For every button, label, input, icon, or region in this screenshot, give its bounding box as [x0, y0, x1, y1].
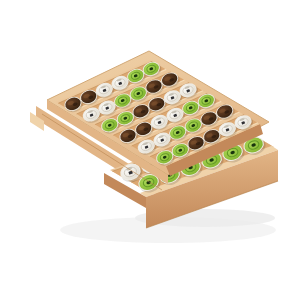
capsule-organizer-scene: [0, 0, 300, 284]
product-photo: [0, 0, 300, 284]
